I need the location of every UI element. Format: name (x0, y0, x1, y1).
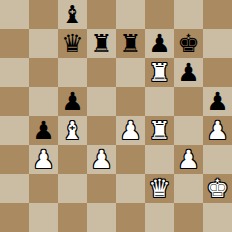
square-a6[interactable] (0, 58, 29, 87)
white-pawn[interactable]: ♟ (206, 116, 228, 145)
square-g8[interactable] (174, 0, 203, 29)
square-a1[interactable] (0, 203, 29, 232)
square-h8[interactable] (203, 0, 232, 29)
square-b4[interactable]: ♟ (29, 116, 58, 145)
square-e8[interactable] (116, 0, 145, 29)
square-h6[interactable] (203, 58, 232, 87)
square-e4[interactable]: ♟ (116, 116, 145, 145)
white-pawn[interactable]: ♟ (177, 145, 199, 174)
square-h5[interactable]: ♟ (203, 87, 232, 116)
square-g2[interactable] (174, 174, 203, 203)
square-c8[interactable]: ♝ (58, 0, 87, 29)
square-d3[interactable]: ♟ (87, 145, 116, 174)
square-a3[interactable] (0, 145, 29, 174)
square-a5[interactable] (0, 87, 29, 116)
square-g3[interactable]: ♟ (174, 145, 203, 174)
square-f1[interactable] (145, 203, 174, 232)
square-a7[interactable] (0, 29, 29, 58)
square-f3[interactable] (145, 145, 174, 174)
white-king[interactable]: ♚ (206, 174, 228, 203)
white-bishop[interactable]: ♝ (61, 116, 83, 145)
chess-board: ♝♛♜♜♟♚♜♟♟♟♟♝♟♜♟♟♟♟♛♚ (0, 0, 232, 232)
square-c1[interactable] (58, 203, 87, 232)
square-b8[interactable] (29, 0, 58, 29)
square-c5[interactable]: ♟ (58, 87, 87, 116)
black-queen[interactable]: ♛ (61, 29, 83, 58)
square-b3[interactable]: ♟ (29, 145, 58, 174)
square-d4[interactable] (87, 116, 116, 145)
square-b1[interactable] (29, 203, 58, 232)
black-pawn[interactable]: ♟ (148, 29, 170, 58)
black-pawn[interactable]: ♟ (177, 58, 199, 87)
square-b2[interactable] (29, 174, 58, 203)
square-f2[interactable]: ♛ (145, 174, 174, 203)
square-e5[interactable] (116, 87, 145, 116)
square-a2[interactable] (0, 174, 29, 203)
white-queen[interactable]: ♛ (148, 174, 170, 203)
white-rook[interactable]: ♜ (148, 58, 170, 87)
black-pawn[interactable]: ♟ (61, 87, 83, 116)
square-e3[interactable] (116, 145, 145, 174)
square-b6[interactable] (29, 58, 58, 87)
black-king[interactable]: ♚ (177, 29, 199, 58)
square-d7[interactable]: ♜ (87, 29, 116, 58)
square-d2[interactable] (87, 174, 116, 203)
square-g5[interactable] (174, 87, 203, 116)
square-a8[interactable] (0, 0, 29, 29)
black-pawn[interactable]: ♟ (32, 116, 54, 145)
square-f8[interactable] (145, 0, 174, 29)
square-b5[interactable] (29, 87, 58, 116)
square-f6[interactable]: ♜ (145, 58, 174, 87)
black-rook[interactable]: ♜ (90, 29, 112, 58)
square-c6[interactable] (58, 58, 87, 87)
square-c7[interactable]: ♛ (58, 29, 87, 58)
square-a4[interactable] (0, 116, 29, 145)
square-d8[interactable] (87, 0, 116, 29)
square-c2[interactable] (58, 174, 87, 203)
square-e1[interactable] (116, 203, 145, 232)
black-bishop[interactable]: ♝ (61, 0, 83, 29)
square-f4[interactable]: ♜ (145, 116, 174, 145)
square-d6[interactable] (87, 58, 116, 87)
square-h7[interactable] (203, 29, 232, 58)
square-e7[interactable]: ♜ (116, 29, 145, 58)
black-pawn[interactable]: ♟ (206, 87, 228, 116)
square-f7[interactable]: ♟ (145, 29, 174, 58)
black-rook[interactable]: ♜ (119, 29, 141, 58)
square-c3[interactable] (58, 145, 87, 174)
square-h2[interactable]: ♚ (203, 174, 232, 203)
square-h4[interactable]: ♟ (203, 116, 232, 145)
square-g6[interactable]: ♟ (174, 58, 203, 87)
square-e2[interactable] (116, 174, 145, 203)
square-h1[interactable] (203, 203, 232, 232)
square-h3[interactable] (203, 145, 232, 174)
square-g1[interactable] (174, 203, 203, 232)
square-e6[interactable] (116, 58, 145, 87)
square-c4[interactable]: ♝ (58, 116, 87, 145)
square-d5[interactable] (87, 87, 116, 116)
square-f5[interactable] (145, 87, 174, 116)
square-g4[interactable] (174, 116, 203, 145)
square-b7[interactable] (29, 29, 58, 58)
white-pawn[interactable]: ♟ (32, 145, 54, 174)
square-d1[interactable] (87, 203, 116, 232)
white-pawn[interactable]: ♟ (90, 145, 112, 174)
square-g7[interactable]: ♚ (174, 29, 203, 58)
white-pawn[interactable]: ♟ (119, 116, 141, 145)
white-rook[interactable]: ♜ (148, 116, 170, 145)
